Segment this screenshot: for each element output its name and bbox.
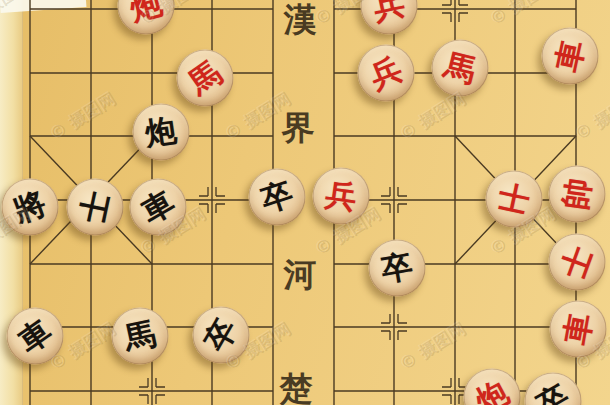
xiangqi-piece-red-soldier[interactable]: 兵: [358, 45, 415, 102]
piece-character: 馬: [183, 56, 226, 99]
piece-character: 士: [557, 242, 597, 282]
xiangqi-piece-black-general[interactable]: 將: [2, 179, 59, 236]
piece-character: 車: [552, 38, 589, 75]
piece-character: 將: [10, 187, 50, 227]
xiangqi-piece-red-horse[interactable]: 馬: [177, 50, 234, 107]
xiangqi-piece-black-soldier[interactable]: 卒: [369, 240, 426, 297]
piece-character: 炮: [143, 114, 178, 149]
piece-character: 炮: [471, 376, 513, 405]
piece-character: 帥: [559, 176, 594, 211]
river-character: 楚: [280, 367, 313, 405]
xiangqi-piece-red-advisor[interactable]: 士: [486, 171, 543, 228]
piece-character: 馬: [122, 318, 159, 355]
xiangqi-piece-black-chariot[interactable]: 車: [130, 179, 187, 236]
piece-character: 車: [560, 311, 596, 347]
xiangqi-piece-black-horse[interactable]: 馬: [112, 308, 169, 365]
piece-character: 馬: [441, 49, 479, 87]
xiangqi-piece-black-chariot[interactable]: 車: [7, 308, 64, 365]
xiangqi-piece-red-advisor[interactable]: 士: [549, 234, 606, 291]
xiangqi-piece-red-general[interactable]: 帥: [549, 166, 606, 223]
xiangqi-piece-red-soldier[interactable]: 兵: [313, 168, 370, 225]
piece-character: 兵: [366, 53, 406, 93]
piece-character: 卒: [200, 314, 242, 356]
piece-character: 車: [13, 314, 56, 357]
xiangqi-piece-red-chariot[interactable]: 車: [542, 28, 599, 85]
xiangqi-piece-black-soldier[interactable]: 卒: [193, 307, 250, 364]
piece-character: 炮: [127, 0, 165, 25]
piece-character: 士: [496, 181, 533, 218]
piece-character: 卒: [257, 177, 296, 216]
board-photo: 漢界河楚 炮馬兵兵馬車帥士士車兵炮將士車炮車馬卒卒卒卒 © 摄图网© 摄图网© …: [0, 0, 610, 405]
xiangqi-piece-black-advisor[interactable]: 士: [67, 179, 124, 236]
piece-character: 兵: [371, 0, 408, 24]
river-character: 河: [284, 253, 317, 298]
river-character: 界: [282, 106, 315, 151]
piece-character: 車: [137, 186, 179, 228]
xiangqi-piece-black-cannon[interactable]: 炮: [133, 104, 190, 161]
xiangqi-piece-red-chariot[interactable]: 車: [550, 301, 607, 358]
piece-character: 士: [77, 189, 114, 226]
river-character: 漢: [284, 0, 317, 43]
xiangqi-piece-red-horse[interactable]: 馬: [432, 40, 489, 97]
piece-character: 卒: [379, 250, 415, 286]
xiangqi-piece-black-soldier[interactable]: 卒: [249, 169, 306, 226]
piece-character: 卒: [532, 380, 574, 405]
piece-character: 兵: [323, 178, 358, 213]
